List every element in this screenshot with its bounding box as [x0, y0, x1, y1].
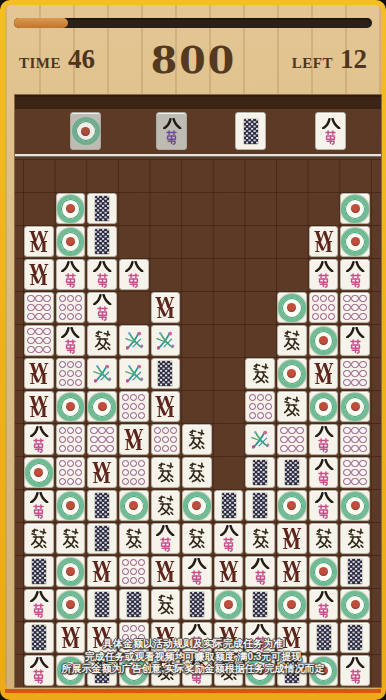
- tile-c1[interactable]: [277, 358, 307, 389]
- tile-wm[interactable]: WM: [277, 523, 307, 554]
- eight-wan-face: [344, 327, 366, 354]
- tile-fa[interactable]: [56, 523, 86, 554]
- tile-c9[interactable]: [151, 424, 181, 455]
- left-value: 12: [340, 44, 367, 75]
- tile-c1[interactable]: [24, 457, 54, 488]
- tile-bm[interactable]: [245, 457, 275, 488]
- tile-w8[interactable]: [119, 259, 149, 290]
- dotted-column-face: [221, 492, 237, 519]
- tile-w8[interactable]: [340, 325, 370, 356]
- eight-wan-face: [59, 327, 81, 354]
- one-circle-face: [215, 591, 243, 619]
- green-dragon-face: [251, 528, 270, 549]
- tile-wm[interactable]: WM: [24, 226, 54, 257]
- tile-w8[interactable]: [214, 523, 244, 554]
- tile-wm[interactable]: WM: [119, 424, 149, 455]
- tile-c1[interactable]: [56, 589, 86, 620]
- green-dragon-face: [156, 495, 175, 516]
- nine-circles-face: [312, 294, 336, 321]
- tile-w8[interactable]: [340, 259, 370, 290]
- eight-wan-face: [344, 261, 366, 288]
- wm-face: WM: [31, 265, 47, 285]
- tile-c1[interactable]: [340, 391, 370, 422]
- dotted-column-face: [347, 558, 363, 585]
- one-circle-face: [341, 492, 369, 520]
- tile-w8[interactable]: [309, 490, 339, 521]
- tile-w8[interactable]: [87, 292, 117, 323]
- preview-tile-w8: [156, 112, 187, 150]
- one-circle-face: [278, 360, 306, 388]
- dotted-column-face: [31, 558, 47, 585]
- preview-tile-w8: [315, 112, 346, 150]
- wm-face: WM: [221, 562, 237, 582]
- tile-w8[interactable]: [309, 259, 339, 290]
- eight-wan-face: [59, 261, 81, 288]
- green-dragon-face: [187, 462, 206, 483]
- eight-wan-face: [91, 294, 113, 321]
- tile-c1[interactable]: [277, 292, 307, 323]
- one-circle-face: [341, 228, 369, 256]
- one-circle-face: [278, 492, 306, 520]
- tile-w8[interactable]: [309, 589, 339, 620]
- tile-fa[interactable]: [119, 523, 149, 554]
- tile-c1[interactable]: [309, 391, 339, 422]
- tile-fa[interactable]: [245, 523, 275, 554]
- nine-circles-face: [122, 558, 146, 585]
- tile-w8[interactable]: [245, 556, 275, 587]
- eight-wan-face: [313, 591, 335, 618]
- nine-circles-face: [122, 393, 146, 420]
- flower-face: [154, 330, 176, 352]
- tile-w8[interactable]: [182, 556, 212, 587]
- wm-face: WM: [316, 364, 332, 384]
- wm-face: WM: [94, 463, 110, 483]
- nine-circles-face: [343, 426, 367, 453]
- eight-wan-face: [313, 426, 335, 453]
- tile-c1[interactable]: [340, 193, 370, 224]
- tile-c9[interactable]: [340, 358, 370, 389]
- flower-face: [123, 330, 145, 352]
- eight-wan-face: [161, 118, 183, 145]
- flower-face: [91, 363, 113, 385]
- nine-circles-face: [58, 426, 82, 453]
- eight-wan-face: [313, 459, 335, 486]
- tile-c1[interactable]: [56, 490, 86, 521]
- nine-circles-face: [153, 426, 177, 453]
- nine-circles-face: [343, 459, 367, 486]
- tile-bm[interactable]: [87, 226, 117, 257]
- nine-circles-face: [27, 294, 51, 321]
- tile-c9[interactable]: [56, 292, 86, 323]
- one-circle-face: [57, 228, 85, 256]
- wm-face: WM: [316, 232, 332, 252]
- green-dragon-face: [314, 528, 333, 549]
- score-value: 800: [151, 37, 236, 82]
- green-dragon-face: [251, 363, 270, 384]
- tile-wm[interactable]: WM: [309, 358, 339, 389]
- dotted-column-face: [252, 591, 268, 618]
- hud-row: TIME 46 800 LEFT 12: [5, 33, 381, 85]
- board-header-strip: [15, 97, 381, 109]
- tile-c9[interactable]: [24, 325, 54, 356]
- ad-disclaimer-line: 所展示金额为广告创意,实际奖励金额根据任务完成情况而定: [0, 663, 386, 676]
- tile-bm[interactable]: [151, 358, 181, 389]
- green-dragon-face: [282, 330, 301, 351]
- tile-c9[interactable]: [56, 457, 86, 488]
- tile-w8[interactable]: [87, 259, 117, 290]
- nine-circles-face: [280, 426, 304, 453]
- tile-fa[interactable]: [277, 391, 307, 422]
- dotted-column-face: [94, 228, 110, 255]
- green-dragon-face: [29, 528, 48, 549]
- tile-wm[interactable]: WM: [24, 259, 54, 290]
- wm-face: WM: [126, 430, 142, 450]
- time-value: 46: [68, 44, 95, 75]
- nine-circles-face: [90, 426, 114, 453]
- tile-c9[interactable]: [340, 292, 370, 323]
- one-circle-face: [310, 393, 338, 421]
- tile-fa[interactable]: [182, 457, 212, 488]
- ad-disclaimer-line: 完成任务或观看视频均可赚取额度,满0.3元可提现: [0, 651, 386, 664]
- ad-disclaimer-overlay: 具体金额以活动规则及实际完成任务为准 完成任务或观看视频均可赚取额度,满0.3元…: [0, 638, 386, 676]
- left-stat: LEFT 12: [292, 44, 367, 75]
- one-circle-face: [120, 492, 148, 520]
- tile-bm[interactable]: [24, 556, 54, 587]
- dotted-column-face: [94, 492, 110, 519]
- tile-fa[interactable]: [151, 457, 181, 488]
- tile-c9[interactable]: [24, 292, 54, 323]
- wm-face: WM: [157, 397, 173, 417]
- nine-circles-face: [343, 294, 367, 321]
- tile-fl[interactable]: [245, 424, 275, 455]
- nine-circles-face: [58, 294, 82, 321]
- tile-fa[interactable]: [87, 325, 117, 356]
- wm-face: WM: [31, 232, 47, 252]
- wm-face: WM: [31, 364, 47, 384]
- dotted-column-face: [94, 591, 110, 618]
- tile-w8[interactable]: [24, 490, 54, 521]
- tile-c1[interactable]: [87, 391, 117, 422]
- tile-fa[interactable]: [245, 358, 275, 389]
- one-circle-face: [57, 492, 85, 520]
- dotted-column-face: [252, 492, 268, 519]
- tile-fa[interactable]: [182, 424, 212, 455]
- one-circle-face: [310, 558, 338, 586]
- tile-c1[interactable]: [340, 589, 370, 620]
- tile-bm[interactable]: [277, 457, 307, 488]
- preview-separator-line: [15, 154, 381, 157]
- green-dragon-face: [187, 528, 206, 549]
- tile-w8[interactable]: [309, 457, 339, 488]
- tile-c9[interactable]: [340, 457, 370, 488]
- bottom-accent-line: [5, 689, 381, 693]
- tile-c1[interactable]: [340, 490, 370, 521]
- tile-stack-grid: WMWMWMWMWMWMWMWMWMWMWMWMWMWMWMWMWMWMWMWM: [23, 159, 371, 687]
- tile-fa[interactable]: [24, 523, 54, 554]
- dotted-column-face: [157, 360, 173, 387]
- tile-c1[interactable]: [56, 226, 86, 257]
- dotted-column-face: [126, 591, 142, 618]
- time-progress-fill: [14, 18, 68, 28]
- one-circle-face: [25, 459, 53, 487]
- tile-c9[interactable]: [119, 556, 149, 587]
- dotted-column-face: [284, 459, 300, 486]
- tile-w8[interactable]: [309, 424, 339, 455]
- one-circle-face: [72, 117, 100, 145]
- preview-tile-c1: [70, 112, 101, 150]
- nine-circles-face: [58, 360, 82, 387]
- time-label: TIME: [19, 55, 61, 72]
- app-frame: TIME 46 800 LEFT 12 WMWMWMWMWMWMWMWMWMWM…: [0, 0, 386, 700]
- tile-bm[interactable]: [87, 490, 117, 521]
- tile-wm[interactable]: WM: [151, 391, 181, 422]
- dotted-column-face: [94, 525, 110, 552]
- tile-fl[interactable]: [87, 358, 117, 389]
- flower-face: [249, 429, 271, 451]
- green-dragon-face: [156, 462, 175, 483]
- tile-wm[interactable]: WM: [214, 556, 244, 587]
- one-circle-face: [57, 195, 85, 223]
- tile-wm[interactable]: WM: [151, 292, 181, 323]
- tile-bm[interactable]: [245, 589, 275, 620]
- wood-panel: TIME 46 800 LEFT 12 WMWMWMWMWMWMWMWMWMWM…: [5, 5, 381, 689]
- green-dragon-face: [187, 429, 206, 450]
- left-label: LEFT: [292, 55, 333, 72]
- tile-c1[interactable]: [340, 226, 370, 257]
- tile-fa[interactable]: [182, 523, 212, 554]
- wm-face: WM: [157, 562, 173, 582]
- tile-bm[interactable]: [340, 556, 370, 587]
- tile-bm[interactable]: [87, 523, 117, 554]
- ad-disclaimer-line: 具体金额以活动规则及实际完成任务为准: [0, 638, 386, 651]
- tile-w8[interactable]: [56, 259, 86, 290]
- tile-wm[interactable]: WM: [87, 457, 117, 488]
- tile-fa[interactable]: [151, 490, 181, 521]
- tile-wm[interactable]: WM: [277, 556, 307, 587]
- nine-circles-face: [58, 459, 82, 486]
- tile-wm[interactable]: WM: [24, 358, 54, 389]
- eight-wan-face: [313, 261, 335, 288]
- one-circle-face: [57, 558, 85, 586]
- tile-wm[interactable]: WM: [24, 391, 54, 422]
- tile-bm[interactable]: [214, 490, 244, 521]
- tile-fa[interactable]: [309, 523, 339, 554]
- wm-face: WM: [94, 562, 110, 582]
- eight-wan-face: [154, 525, 176, 552]
- tile-fl[interactable]: [151, 325, 181, 356]
- tile-c1[interactable]: [56, 193, 86, 224]
- game-board: WMWMWMWMWMWMWMWMWMWMWMWMWMWMWMWMWMWMWMWM: [15, 95, 381, 687]
- flower-face: [123, 363, 145, 385]
- green-dragon-face: [93, 330, 112, 351]
- tile-w8[interactable]: [24, 589, 54, 620]
- preview-tile-bm: [235, 112, 266, 150]
- tile-fa[interactable]: [151, 589, 181, 620]
- one-circle-face: [57, 393, 85, 421]
- tile-c9[interactable]: [245, 391, 275, 422]
- tile-c9[interactable]: [119, 457, 149, 488]
- tile-c9[interactable]: [277, 424, 307, 455]
- tile-fa[interactable]: [340, 523, 370, 554]
- tile-c1[interactable]: [277, 490, 307, 521]
- eight-wan-face: [91, 261, 113, 288]
- tile-c1[interactable]: [277, 589, 307, 620]
- tile-c9[interactable]: [87, 424, 117, 455]
- tile-wm[interactable]: WM: [151, 556, 181, 587]
- tile-c1[interactable]: [182, 490, 212, 521]
- wm-face: WM: [31, 397, 47, 417]
- green-dragon-face: [124, 528, 143, 549]
- green-dragon-face: [61, 528, 80, 549]
- tile-fl[interactable]: [119, 358, 149, 389]
- tile-bm[interactable]: [182, 589, 212, 620]
- one-circle-face: [278, 294, 306, 322]
- tile-bm[interactable]: [87, 589, 117, 620]
- tile-w8[interactable]: [56, 325, 86, 356]
- one-circle-face: [57, 591, 85, 619]
- one-circle-face: [183, 492, 211, 520]
- tile-c1[interactable]: [56, 391, 86, 422]
- tile-c1[interactable]: [309, 556, 339, 587]
- green-dragon-face: [282, 396, 301, 417]
- tile-c9[interactable]: [309, 292, 339, 323]
- eight-wan-face: [123, 261, 145, 288]
- green-dragon-face: [156, 594, 175, 615]
- eight-wan-face: [186, 558, 208, 585]
- green-dragon-face: [346, 528, 365, 549]
- tile-fl[interactable]: [119, 325, 149, 356]
- eight-wan-face: [28, 426, 50, 453]
- one-circle-face: [310, 327, 338, 355]
- eight-wan-face: [28, 492, 50, 519]
- tile-c1[interactable]: [56, 556, 86, 587]
- tile-w8[interactable]: [151, 523, 181, 554]
- dotted-column-face: [94, 195, 110, 222]
- one-circle-face: [278, 591, 306, 619]
- wm-face: WM: [157, 298, 173, 318]
- one-circle-face: [88, 393, 116, 421]
- tile-wm[interactable]: WM: [309, 226, 339, 257]
- tile-c9[interactable]: [119, 391, 149, 422]
- dotted-column-face: [189, 591, 205, 618]
- tile-c9[interactable]: [340, 424, 370, 455]
- eight-wan-face: [313, 492, 335, 519]
- tile-fa[interactable]: [277, 325, 307, 356]
- wm-face: WM: [284, 529, 300, 549]
- eight-wan-face: [249, 558, 271, 585]
- eight-wan-face: [218, 525, 240, 552]
- one-circle-face: [341, 393, 369, 421]
- tile-c9[interactable]: [56, 358, 86, 389]
- tile-wm[interactable]: WM: [87, 556, 117, 587]
- wm-face: WM: [284, 562, 300, 582]
- time-progress-bar: [14, 18, 372, 28]
- one-circle-face: [341, 591, 369, 619]
- tile-c1[interactable]: [119, 490, 149, 521]
- eight-wan-face: [320, 118, 342, 145]
- tile-bm[interactable]: [119, 589, 149, 620]
- tile-w8[interactable]: [24, 424, 54, 455]
- tile-bm[interactable]: [87, 193, 117, 224]
- nine-circles-face: [343, 360, 367, 387]
- tile-c9[interactable]: [56, 424, 86, 455]
- nine-circles-face: [27, 327, 51, 354]
- time-stat: TIME 46: [19, 44, 95, 75]
- nine-circles-face: [248, 393, 272, 420]
- nine-circles-face: [122, 459, 146, 486]
- tile-c1[interactable]: [309, 325, 339, 356]
- dotted-column-face: [243, 118, 259, 145]
- tile-bm[interactable]: [245, 490, 275, 521]
- tile-c1[interactable]: [214, 589, 244, 620]
- one-circle-face: [341, 195, 369, 223]
- eight-wan-face: [28, 591, 50, 618]
- dotted-column-face: [252, 459, 268, 486]
